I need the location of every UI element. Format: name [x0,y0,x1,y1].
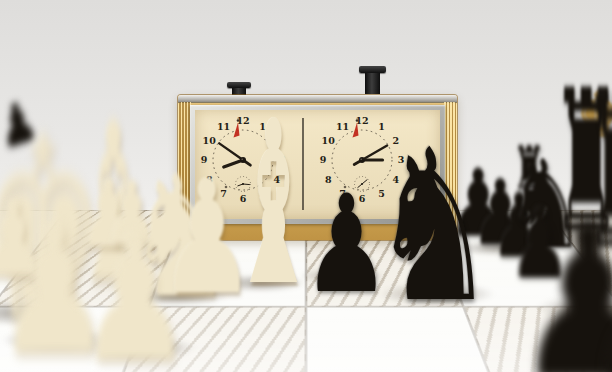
black-piece-right-edge[interactable]: ♟ [588,230,612,372]
dial-numeral: 11 [336,121,349,132]
dial-numeral: 9 [320,154,327,165]
dial-numeral: 10 [322,135,336,146]
black-knight-main[interactable]: ♞ [371,122,497,332]
white-pawn-front-2[interactable]: ♟ [77,211,193,372]
right-button-stem [365,73,380,94]
chess-photo-scene: 121234567891011121234567891011 ♚♝♟♟♞♟♟♟♟… [0,0,612,372]
right-button-cap [359,66,386,73]
right-player-button[interactable] [359,66,386,94]
